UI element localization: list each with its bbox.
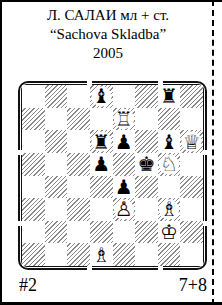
square-a5 — [22, 153, 45, 176]
material-count-label: 7+8 — [179, 274, 207, 296]
square-d6: ♜ — [90, 130, 113, 153]
square-d8: ♝ — [90, 85, 113, 108]
square-g8: ♜ — [158, 85, 181, 108]
black-rook-g8: ♜ — [158, 85, 181, 108]
square-b4 — [45, 176, 68, 199]
square-c2 — [67, 221, 90, 244]
square-f3 — [135, 198, 158, 221]
border-tick — [158, 81, 163, 85]
square-f6 — [135, 130, 158, 153]
stipulation-label: #2 — [19, 274, 37, 296]
square-c8 — [67, 85, 90, 108]
black-bishop-g6: ♝ — [158, 130, 181, 153]
square-d1: ♗ — [90, 243, 113, 266]
square-a4 — [22, 176, 45, 199]
border-tick — [87, 266, 92, 270]
square-b1 — [45, 243, 68, 266]
white-rook-e7: ♖ — [113, 108, 136, 131]
border-tick — [158, 266, 163, 270]
square-a6 — [22, 130, 45, 153]
square-c7 — [67, 108, 90, 131]
square-h3 — [180, 198, 203, 221]
square-b2 — [45, 221, 68, 244]
square-c4 — [67, 176, 90, 199]
square-h4 — [180, 176, 203, 199]
square-e5 — [113, 153, 136, 176]
square-g1 — [158, 243, 181, 266]
square-f8 — [135, 85, 158, 108]
black-pawn-d5: ♟ — [90, 153, 113, 176]
caption-row: #2 7+8 — [19, 274, 207, 296]
square-d5: ♟ — [90, 153, 113, 176]
black-pawn-e4: ♟ — [113, 176, 136, 199]
white-bishop-d1: ♗ — [90, 243, 113, 266]
square-f7 — [135, 108, 158, 131]
square-h7 — [180, 108, 203, 131]
square-d2 — [90, 221, 113, 244]
square-d3 — [90, 198, 113, 221]
chess-board: ♝♜♖♜♟♝♕♟♚♘♟♙♗♔♗ — [22, 85, 203, 266]
square-g4 — [158, 176, 181, 199]
square-h5 — [180, 153, 203, 176]
border-tick — [203, 150, 207, 155]
square-h6: ♕ — [180, 130, 203, 153]
square-a3 — [22, 198, 45, 221]
square-b7 — [45, 108, 68, 131]
square-e2 — [113, 221, 136, 244]
year-line: 2005 — [2, 44, 214, 63]
black-king-f5: ♚ — [135, 153, 158, 176]
square-h8 — [180, 85, 203, 108]
square-b5 — [45, 153, 68, 176]
square-c6 — [67, 130, 90, 153]
square-f1 — [135, 243, 158, 266]
white-knight-g5: ♘ — [158, 153, 181, 176]
square-a2 — [22, 221, 45, 244]
square-b3 — [45, 198, 68, 221]
square-f5: ♚ — [135, 153, 158, 176]
square-a1 — [22, 243, 45, 266]
problem-header: Л. САЛАИ мл + ст. “Sachova Skladba” 2005 — [2, 6, 214, 63]
square-d7 — [90, 108, 113, 131]
square-e1 — [113, 243, 136, 266]
square-b6 — [45, 130, 68, 153]
white-queen-h6: ♕ — [180, 130, 203, 153]
square-e4: ♟ — [113, 176, 136, 199]
border-tick — [87, 81, 92, 85]
square-f4 — [135, 176, 158, 199]
white-king-g2: ♔ — [158, 221, 181, 244]
white-bishop-g3: ♗ — [158, 198, 181, 221]
square-g3: ♗ — [158, 198, 181, 221]
square-h2 — [180, 221, 203, 244]
square-c3 — [67, 198, 90, 221]
square-e6: ♟ — [113, 130, 136, 153]
square-c5 — [67, 153, 90, 176]
square-f2 — [135, 221, 158, 244]
square-b8 — [45, 85, 68, 108]
square-g7 — [158, 108, 181, 131]
black-rook-d6: ♜ — [90, 130, 113, 153]
square-g5: ♘ — [158, 153, 181, 176]
square-h1 — [180, 243, 203, 266]
source-line: “Sachova Skladba” — [2, 25, 214, 44]
square-g6: ♝ — [158, 130, 181, 153]
scanned-page: Л. САЛАИ мл + ст. “Sachova Skladba” 2005… — [0, 0, 222, 305]
square-a7 — [22, 108, 45, 131]
border-tick — [18, 150, 22, 155]
square-e7: ♖ — [113, 108, 136, 131]
authors-line: Л. САЛАИ мл + ст. — [2, 6, 214, 25]
square-e3: ♙ — [113, 198, 136, 221]
square-e8 — [113, 85, 136, 108]
square-g2: ♔ — [158, 221, 181, 244]
black-pawn-e6: ♟ — [113, 130, 136, 153]
square-c1 — [67, 243, 90, 266]
chess-diagram: ♝♜♖♜♟♝♕♟♚♘♟♙♗♔♗ — [18, 81, 207, 270]
dashed-cut-line — [212, 0, 214, 305]
border-tick — [18, 221, 22, 226]
white-pawn-e3: ♙ — [113, 198, 136, 221]
square-a8 — [22, 85, 45, 108]
black-bishop-d8: ♝ — [90, 85, 113, 108]
border-tick — [203, 221, 207, 226]
square-d4 — [90, 176, 113, 199]
